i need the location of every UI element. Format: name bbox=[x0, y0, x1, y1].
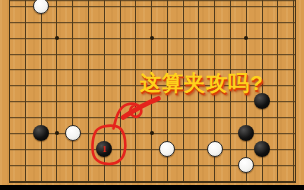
black-stone[interactable] bbox=[254, 141, 270, 157]
star-point bbox=[150, 36, 154, 40]
video-frame: 1 这算夹攻吗? bbox=[0, 0, 304, 190]
star-point bbox=[55, 36, 59, 40]
white-stone[interactable] bbox=[207, 141, 223, 157]
letterbox-bar bbox=[0, 185, 304, 190]
star-point bbox=[150, 131, 154, 135]
caption-text: 这算夹攻吗? bbox=[140, 70, 264, 96]
star-point bbox=[55, 131, 59, 135]
move-number-label: 1 bbox=[102, 145, 107, 154]
white-stone[interactable] bbox=[65, 125, 81, 141]
